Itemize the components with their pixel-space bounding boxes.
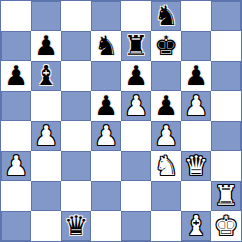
square-e3[interactable] — [121, 151, 151, 181]
square-c5[interactable] — [61, 91, 91, 121]
square-g8[interactable] — [181, 1, 211, 31]
square-d5[interactable]: ♟ — [91, 91, 121, 121]
square-a5[interactable] — [1, 91, 31, 121]
square-b4[interactable]: ♟ — [31, 121, 61, 151]
black-pawn-e6[interactable]: ♟ — [124, 61, 148, 91]
square-g4[interactable] — [181, 121, 211, 151]
black-bishop-b6[interactable]: ♝ — [34, 61, 58, 91]
square-g7[interactable] — [181, 31, 211, 61]
square-h2[interactable]: ♜ — [211, 181, 241, 211]
square-c6[interactable] — [61, 61, 91, 91]
square-d1[interactable] — [91, 211, 121, 241]
square-d2[interactable] — [91, 181, 121, 211]
square-g1[interactable]: ♝ — [181, 211, 211, 241]
white-pawn-b4[interactable]: ♟ — [34, 121, 58, 151]
square-g2[interactable] — [181, 181, 211, 211]
square-h1[interactable]: ♚ — [211, 211, 241, 241]
white-knight-f3[interactable]: ♞ — [154, 151, 178, 181]
square-d7[interactable]: ♞ — [91, 31, 121, 61]
square-f8[interactable]: ♞ — [151, 1, 181, 31]
white-pawn-f4[interactable]: ♟ — [154, 121, 178, 151]
chess-board: ♞♟♞♜♚♟♝♟♟♟♟♟♟♟♟♟♟♞♛♜♛♝♚ — [0, 0, 242, 242]
square-a6[interactable]: ♟ — [1, 61, 31, 91]
square-b1[interactable] — [31, 211, 61, 241]
black-king-f7[interactable]: ♚ — [154, 31, 178, 61]
square-g6[interactable]: ♟ — [181, 61, 211, 91]
square-d3[interactable] — [91, 151, 121, 181]
square-h4[interactable] — [211, 121, 241, 151]
black-queen-c1[interactable]: ♛ — [64, 211, 88, 241]
square-a3[interactable]: ♟ — [1, 151, 31, 181]
square-h7[interactable] — [211, 31, 241, 61]
square-a4[interactable] — [1, 121, 31, 151]
white-bishop-g1[interactable]: ♝ — [184, 211, 208, 241]
square-e1[interactable] — [121, 211, 151, 241]
square-f6[interactable] — [151, 61, 181, 91]
square-e8[interactable] — [121, 1, 151, 31]
square-e6[interactable]: ♟ — [121, 61, 151, 91]
square-b2[interactable] — [31, 181, 61, 211]
square-e2[interactable] — [121, 181, 151, 211]
square-b8[interactable] — [31, 1, 61, 31]
square-a2[interactable] — [1, 181, 31, 211]
black-rook-e7[interactable]: ♜ — [124, 31, 148, 61]
square-g3[interactable]: ♛ — [181, 151, 211, 181]
square-c1[interactable]: ♛ — [61, 211, 91, 241]
white-rook-h2[interactable]: ♜ — [214, 181, 238, 211]
white-king-h1[interactable]: ♚ — [214, 211, 238, 241]
square-e7[interactable]: ♜ — [121, 31, 151, 61]
square-c8[interactable] — [61, 1, 91, 31]
square-f7[interactable]: ♚ — [151, 31, 181, 61]
white-pawn-g5[interactable]: ♟ — [184, 91, 208, 121]
square-f1[interactable] — [151, 211, 181, 241]
square-a1[interactable] — [1, 211, 31, 241]
square-e5[interactable]: ♟ — [121, 91, 151, 121]
black-pawn-g6[interactable]: ♟ — [184, 61, 208, 91]
square-f2[interactable] — [151, 181, 181, 211]
black-pawn-b7[interactable]: ♟ — [34, 31, 58, 61]
square-h5[interactable] — [211, 91, 241, 121]
square-f3[interactable]: ♞ — [151, 151, 181, 181]
square-a8[interactable] — [1, 1, 31, 31]
white-pawn-e5[interactable]: ♟ — [124, 91, 148, 121]
square-d8[interactable] — [91, 1, 121, 31]
white-pawn-d4[interactable]: ♟ — [94, 121, 118, 151]
square-c7[interactable] — [61, 31, 91, 61]
square-f5[interactable]: ♟ — [151, 91, 181, 121]
square-a7[interactable] — [1, 31, 31, 61]
square-c4[interactable] — [61, 121, 91, 151]
black-pawn-a6[interactable]: ♟ — [4, 61, 28, 91]
square-b5[interactable] — [31, 91, 61, 121]
square-h6[interactable] — [211, 61, 241, 91]
square-b3[interactable] — [31, 151, 61, 181]
square-e4[interactable] — [121, 121, 151, 151]
white-queen-g3[interactable]: ♛ — [184, 151, 208, 181]
square-h8[interactable] — [211, 1, 241, 31]
black-pawn-f5[interactable]: ♟ — [154, 91, 178, 121]
square-c3[interactable] — [61, 151, 91, 181]
square-h3[interactable] — [211, 151, 241, 181]
square-d4[interactable]: ♟ — [91, 121, 121, 151]
square-c2[interactable] — [61, 181, 91, 211]
square-d6[interactable] — [91, 61, 121, 91]
square-b6[interactable]: ♝ — [31, 61, 61, 91]
black-pawn-d5[interactable]: ♟ — [94, 91, 118, 121]
white-pawn-a3[interactable]: ♟ — [4, 151, 28, 181]
square-f4[interactable]: ♟ — [151, 121, 181, 151]
black-knight-d7[interactable]: ♞ — [94, 31, 118, 61]
square-g5[interactable]: ♟ — [181, 91, 211, 121]
square-b7[interactable]: ♟ — [31, 31, 61, 61]
black-knight-f8[interactable]: ♞ — [154, 1, 178, 31]
